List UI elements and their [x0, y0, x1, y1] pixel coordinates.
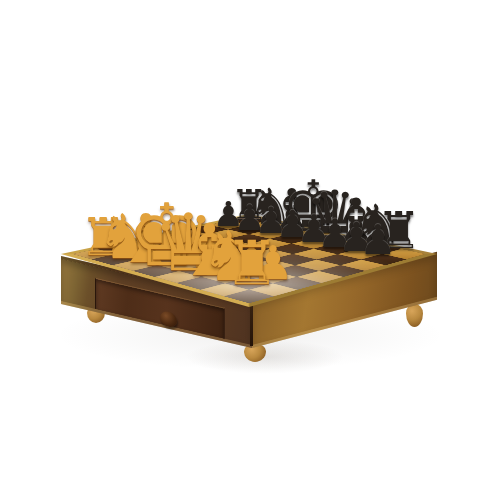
white-rook-a1[interactable]: ♜ [225, 233, 279, 294]
ground-shadow-front [185, 340, 345, 374]
product-scene: ♜♞♝♛♚♝♞♜♟♟♟♟♟♟♟♟♟♟♟♟♟♟♟♟♜♞♝♛♚♝♞♜ [0, 0, 500, 500]
black-pawn-a7[interactable]: ♟ [359, 220, 396, 261]
drawer-knob[interactable] [160, 310, 177, 329]
box-foot-right [406, 304, 423, 327]
